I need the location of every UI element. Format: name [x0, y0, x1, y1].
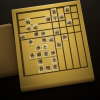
shogi-board: 金香桂銀王歩歩歩歩歩銀歩歩歩桂歩歩歩と角香銀金歩飛玉香桂金: [11, 0, 95, 92]
board-grid: 金香桂銀王歩歩歩歩歩銀歩歩歩桂歩歩歩と角香銀金歩飛玉香桂金: [16, 4, 89, 77]
board-surface: 金香桂銀王歩歩歩歩歩銀歩歩歩桂歩歩歩と角香銀金歩飛玉香桂金: [11, 0, 94, 87]
board-cell: [79, 59, 87, 67]
photo-scene: 金香桂銀王歩歩歩歩歩銀歩歩歩桂歩歩歩と角香銀金歩飛玉香桂金: [0, 0, 100, 100]
